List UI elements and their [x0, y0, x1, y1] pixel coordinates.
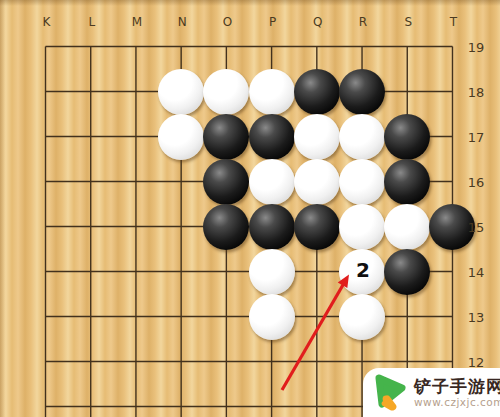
watermark-site-name: 铲子手游网 — [414, 377, 500, 396]
shovel-game-site-logo-icon — [370, 372, 410, 414]
watermark-url: www.czjxjc.com — [414, 396, 500, 408]
move-arrow — [0, 0, 500, 417]
go-board-screenshot: 2 KLMNOPQRST1918171615141312 铲子手游网 www.c… — [0, 0, 500, 417]
watermark: 铲子手游网 www.czjxjc.com — [363, 368, 500, 417]
